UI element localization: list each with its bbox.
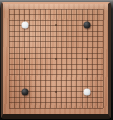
grid-line-horizontal <box>9 97 103 98</box>
white-stone-q4 <box>84 88 91 95</box>
grid-line-horizontal <box>9 86 103 87</box>
hoshi-star-point <box>55 91 57 93</box>
hoshi-star-point <box>24 58 26 60</box>
white-stone-d16 <box>21 22 28 29</box>
go-board-photo <box>0 0 113 120</box>
grid-line-vertical <box>66 9 67 108</box>
hoshi-star-point <box>55 58 57 60</box>
board-grid <box>9 9 103 108</box>
hoshi-star-point <box>86 58 88 60</box>
grid-line-horizontal <box>9 102 103 103</box>
grid-line-vertical <box>61 9 62 108</box>
grid-line-horizontal <box>9 108 103 109</box>
grid-line-horizontal <box>9 64 103 65</box>
hoshi-star-point <box>55 24 57 26</box>
grid-line-vertical <box>82 9 83 108</box>
black-stone-q16 <box>84 22 91 29</box>
board-wood-surface <box>3 4 108 114</box>
grid-line-vertical <box>76 9 77 108</box>
black-stone-d4 <box>21 88 28 95</box>
grid-line-horizontal <box>9 69 103 70</box>
grid-line-vertical <box>92 9 93 108</box>
grid-line-vertical <box>71 9 72 108</box>
grid-line-horizontal <box>9 74 103 75</box>
grid-line-vertical <box>97 9 98 108</box>
grid-line-vertical <box>103 9 104 108</box>
go-board <box>1 2 111 119</box>
grid-line-horizontal <box>9 80 103 81</box>
